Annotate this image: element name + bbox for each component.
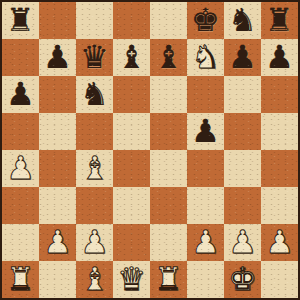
square-d5[interactable]	[113, 113, 150, 150]
square-f8[interactable]: ♚	[187, 2, 224, 39]
square-h2[interactable]: ♟	[261, 224, 298, 261]
square-a5[interactable]	[2, 113, 39, 150]
square-e5[interactable]	[150, 113, 187, 150]
piece-black-pawn[interactable]: ♟	[191, 115, 220, 147]
square-c2[interactable]: ♟	[76, 224, 113, 261]
chess-board-screenshot: ♜♚♞♜♟♛♝♝♞♟♟♟♞♟♟♝♟♟♟♟♟♜♝♛♜♚	[0, 0, 300, 300]
square-e1[interactable]: ♜	[150, 261, 187, 298]
square-g1[interactable]: ♚	[224, 261, 261, 298]
square-a8[interactable]: ♜	[2, 2, 39, 39]
square-b6[interactable]	[39, 76, 76, 113]
piece-black-rook[interactable]: ♜	[265, 4, 294, 36]
square-h1[interactable]	[261, 261, 298, 298]
square-c1[interactable]: ♝	[76, 261, 113, 298]
piece-white-pawn[interactable]: ♟	[43, 226, 72, 258]
square-c6[interactable]: ♞	[76, 76, 113, 113]
square-a4[interactable]: ♟	[2, 150, 39, 187]
square-f4[interactable]	[187, 150, 224, 187]
square-a3[interactable]	[2, 187, 39, 224]
piece-white-pawn[interactable]: ♟	[6, 152, 35, 184]
square-b1[interactable]	[39, 261, 76, 298]
square-c4[interactable]: ♝	[76, 150, 113, 187]
square-c7[interactable]: ♛	[76, 39, 113, 76]
square-d8[interactable]	[113, 2, 150, 39]
square-f5[interactable]: ♟	[187, 113, 224, 150]
piece-black-knight[interactable]: ♞	[80, 78, 109, 110]
square-c5[interactable]	[76, 113, 113, 150]
square-b8[interactable]	[39, 2, 76, 39]
square-g7[interactable]: ♟	[224, 39, 261, 76]
piece-black-rook[interactable]: ♜	[6, 4, 35, 36]
piece-white-rook[interactable]: ♜	[154, 263, 183, 295]
square-e6[interactable]	[150, 76, 187, 113]
piece-white-bishop[interactable]: ♝	[80, 263, 109, 295]
chess-board: ♜♚♞♜♟♛♝♝♞♟♟♟♞♟♟♝♟♟♟♟♟♜♝♛♜♚	[0, 0, 300, 300]
piece-white-pawn[interactable]: ♟	[191, 226, 220, 258]
square-b3[interactable]	[39, 187, 76, 224]
square-c8[interactable]	[76, 2, 113, 39]
square-b7[interactable]: ♟	[39, 39, 76, 76]
piece-white-pawn[interactable]: ♟	[80, 226, 109, 258]
piece-white-knight[interactable]: ♞	[191, 41, 220, 73]
square-f2[interactable]: ♟	[187, 224, 224, 261]
piece-black-knight[interactable]: ♞	[228, 4, 257, 36]
square-d1[interactable]: ♛	[113, 261, 150, 298]
square-a1[interactable]: ♜	[2, 261, 39, 298]
square-b4[interactable]	[39, 150, 76, 187]
piece-white-pawn[interactable]: ♟	[265, 226, 294, 258]
piece-black-pawn[interactable]: ♟	[228, 41, 257, 73]
square-f1[interactable]	[187, 261, 224, 298]
piece-white-pawn[interactable]: ♟	[228, 226, 257, 258]
square-d6[interactable]	[113, 76, 150, 113]
piece-white-king[interactable]: ♚	[228, 263, 257, 295]
square-a7[interactable]	[2, 39, 39, 76]
square-d4[interactable]	[113, 150, 150, 187]
square-d7[interactable]: ♝	[113, 39, 150, 76]
square-d2[interactable]	[113, 224, 150, 261]
square-g4[interactable]	[224, 150, 261, 187]
square-a2[interactable]	[2, 224, 39, 261]
square-g5[interactable]	[224, 113, 261, 150]
square-h3[interactable]	[261, 187, 298, 224]
square-g6[interactable]	[224, 76, 261, 113]
piece-black-bishop[interactable]: ♝	[154, 41, 183, 73]
piece-white-bishop[interactable]: ♝	[80, 152, 109, 184]
square-e4[interactable]	[150, 150, 187, 187]
piece-black-bishop[interactable]: ♝	[117, 41, 146, 73]
square-e7[interactable]: ♝	[150, 39, 187, 76]
square-f3[interactable]	[187, 187, 224, 224]
piece-black-queen[interactable]: ♛	[80, 41, 109, 73]
square-a6[interactable]: ♟	[2, 76, 39, 113]
piece-white-rook[interactable]: ♜	[6, 263, 35, 295]
square-g3[interactable]	[224, 187, 261, 224]
square-b5[interactable]	[39, 113, 76, 150]
square-e8[interactable]	[150, 2, 187, 39]
square-f6[interactable]	[187, 76, 224, 113]
square-g2[interactable]: ♟	[224, 224, 261, 261]
square-f7[interactable]: ♞	[187, 39, 224, 76]
square-e2[interactable]	[150, 224, 187, 261]
piece-black-pawn[interactable]: ♟	[265, 41, 294, 73]
square-c3[interactable]	[76, 187, 113, 224]
square-h7[interactable]: ♟	[261, 39, 298, 76]
square-h5[interactable]	[261, 113, 298, 150]
square-h6[interactable]	[261, 76, 298, 113]
square-h8[interactable]: ♜	[261, 2, 298, 39]
piece-white-queen[interactable]: ♛	[117, 263, 146, 295]
square-b2[interactable]: ♟	[39, 224, 76, 261]
square-h4[interactable]	[261, 150, 298, 187]
square-e3[interactable]	[150, 187, 187, 224]
piece-black-king[interactable]: ♚	[191, 4, 220, 36]
square-d3[interactable]	[113, 187, 150, 224]
square-g8[interactable]: ♞	[224, 2, 261, 39]
piece-black-pawn[interactable]: ♟	[43, 41, 72, 73]
piece-black-pawn[interactable]: ♟	[6, 78, 35, 110]
